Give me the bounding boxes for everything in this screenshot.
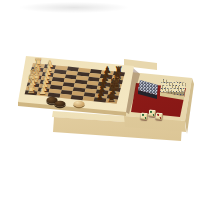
product-shadow	[0, 0, 148, 15]
chess-piece-black-rook: ♜	[107, 94, 116, 104]
chess-piece-black-pawn: ♟	[96, 94, 104, 103]
checker-piece-dark	[55, 100, 66, 107]
die	[148, 109, 155, 116]
chess-piece-white-rook: ♜	[26, 86, 35, 96]
checker-piece-light	[74, 100, 85, 107]
chess-piece-white-pawn: ♟	[38, 88, 46, 97]
product-photo-wooden-chess-compendium: ♜♟♟♜♞♟♟♞♝♟♟♝♛♟♟♛♚♟♟♚♝♟♟♝♞♟♟♞♜♟♟♜	[0, 0, 200, 200]
die	[155, 112, 162, 119]
die	[140, 112, 147, 119]
